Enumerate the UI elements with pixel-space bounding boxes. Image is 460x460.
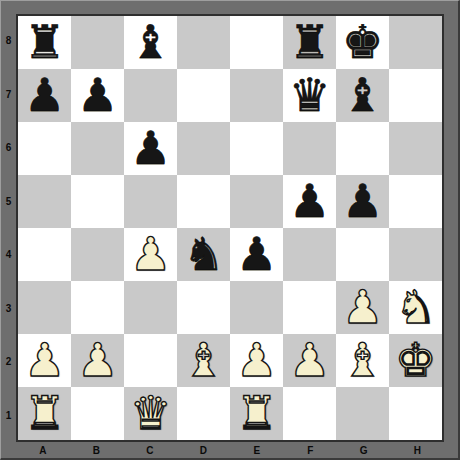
square-f1[interactable] [283,387,336,440]
square-b4[interactable] [71,228,124,281]
square-b3[interactable] [71,281,124,334]
piece-black-rook[interactable]: ♜ [24,19,65,65]
file-label-a: A [16,442,70,458]
file-label-h: H [391,442,445,458]
rank-label-3: 3 [1,282,16,336]
file-label-b: B [70,442,124,458]
piece-black-pawn[interactable]: ♟ [77,72,118,118]
piece-black-pawn[interactable]: ♟ [342,178,383,224]
piece-white-pawn[interactable]: ♟ [130,231,171,277]
piece-white-pawn[interactable]: ♟ [236,337,277,383]
square-b1[interactable] [71,387,124,440]
square-g3[interactable]: ♟ [336,281,389,334]
square-c8[interactable]: ♝ [124,16,177,69]
square-e7[interactable] [230,69,283,122]
square-g7[interactable]: ♝ [336,69,389,122]
piece-white-pawn[interactable]: ♟ [289,337,330,383]
file-label-d: D [177,442,231,458]
piece-white-bishop[interactable]: ♝ [342,337,383,383]
square-c5[interactable] [124,175,177,228]
square-e1[interactable]: ♜ [230,387,283,440]
piece-black-rook[interactable]: ♜ [289,19,330,65]
piece-black-knight[interactable]: ♞ [183,231,224,277]
square-a8[interactable]: ♜ [18,16,71,69]
piece-black-bishop[interactable]: ♝ [342,72,383,118]
square-c7[interactable] [124,69,177,122]
square-g2[interactable]: ♝ [336,334,389,387]
square-h6[interactable] [389,122,442,175]
piece-white-pawn[interactable]: ♟ [77,337,118,383]
square-h5[interactable] [389,175,442,228]
square-d4[interactable]: ♞ [177,228,230,281]
square-g6[interactable] [336,122,389,175]
piece-white-rook[interactable]: ♜ [236,390,277,436]
square-d7[interactable] [177,69,230,122]
piece-white-knight[interactable]: ♞ [395,284,436,330]
rank-label-6: 6 [1,121,16,175]
square-c2[interactable] [124,334,177,387]
square-h7[interactable] [389,69,442,122]
square-e5[interactable] [230,175,283,228]
square-f7[interactable]: ♛ [283,69,336,122]
file-label-e: E [230,442,284,458]
square-a7[interactable]: ♟ [18,69,71,122]
square-a3[interactable] [18,281,71,334]
square-h8[interactable] [389,16,442,69]
file-labels: ABCDEFGH [16,442,444,458]
square-b8[interactable] [71,16,124,69]
square-h4[interactable] [389,228,442,281]
square-g8[interactable]: ♚ [336,16,389,69]
square-c6[interactable]: ♟ [124,122,177,175]
square-c3[interactable] [124,281,177,334]
piece-white-rook[interactable]: ♜ [24,390,65,436]
square-c4[interactable]: ♟ [124,228,177,281]
square-a2[interactable]: ♟ [18,334,71,387]
square-e4[interactable]: ♟ [230,228,283,281]
piece-white-queen[interactable]: ♛ [130,390,171,436]
square-b7[interactable]: ♟ [71,69,124,122]
square-d2[interactable]: ♝ [177,334,230,387]
rank-label-7: 7 [1,68,16,122]
square-f5[interactable]: ♟ [283,175,336,228]
square-b6[interactable] [71,122,124,175]
square-g1[interactable] [336,387,389,440]
square-a6[interactable] [18,122,71,175]
square-d8[interactable] [177,16,230,69]
piece-white-king[interactable]: ♚ [395,337,436,383]
piece-white-pawn[interactable]: ♟ [342,284,383,330]
square-c1[interactable]: ♛ [124,387,177,440]
file-label-f: F [284,442,338,458]
square-d3[interactable] [177,281,230,334]
square-d1[interactable] [177,387,230,440]
square-f3[interactable] [283,281,336,334]
file-label-c: C [123,442,177,458]
rank-label-4: 4 [1,228,16,282]
square-g4[interactable] [336,228,389,281]
piece-white-pawn[interactable]: ♟ [24,337,65,383]
square-e8[interactable] [230,16,283,69]
square-h3[interactable]: ♞ [389,281,442,334]
piece-black-pawn[interactable]: ♟ [289,178,330,224]
square-e2[interactable]: ♟ [230,334,283,387]
square-g5[interactable]: ♟ [336,175,389,228]
piece-black-king[interactable]: ♚ [342,19,383,65]
square-h1[interactable] [389,387,442,440]
square-f8[interactable]: ♜ [283,16,336,69]
square-e3[interactable] [230,281,283,334]
piece-black-pawn[interactable]: ♟ [236,231,277,277]
square-f2[interactable]: ♟ [283,334,336,387]
square-e6[interactable] [230,122,283,175]
piece-black-pawn[interactable]: ♟ [130,125,171,171]
square-b2[interactable]: ♟ [71,334,124,387]
square-a1[interactable]: ♜ [18,387,71,440]
square-d5[interactable] [177,175,230,228]
chess-board[interactable]: ♜♝♜♚♟♟♛♝♟♟♟♟♞♟♟♞♟♟♝♟♟♝♚♜♛♜ [16,14,444,442]
square-f4[interactable] [283,228,336,281]
square-a5[interactable] [18,175,71,228]
rank-label-2: 2 [1,335,16,389]
square-a4[interactable] [18,228,71,281]
piece-black-bishop[interactable]: ♝ [130,19,171,65]
file-label-g: G [337,442,391,458]
piece-black-pawn[interactable]: ♟ [24,72,65,118]
rank-labels: 87654321 [1,14,16,442]
piece-white-bishop[interactable]: ♝ [183,337,224,383]
rank-label-1: 1 [1,389,16,443]
square-b5[interactable] [71,175,124,228]
rank-label-8: 8 [1,14,16,68]
square-f6[interactable] [283,122,336,175]
rank-label-5: 5 [1,175,16,229]
piece-black-queen[interactable]: ♛ [289,72,330,118]
square-d6[interactable] [177,122,230,175]
square-h2[interactable]: ♚ [389,334,442,387]
chess-board-window: 87654321 ♜♝♜♚♟♟♛♝♟♟♟♟♞♟♟♞♟♟♝♟♟♝♚♜♛♜ ABCD… [0,0,460,460]
